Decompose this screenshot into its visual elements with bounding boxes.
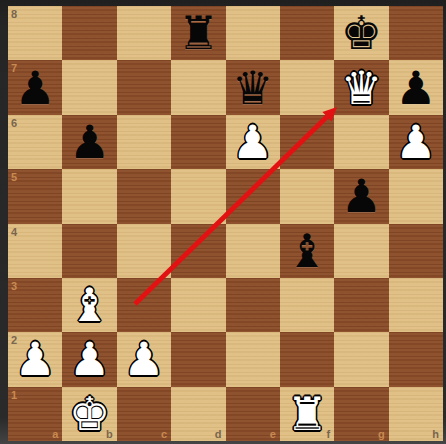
square-h3[interactable]: [389, 278, 443, 332]
square-g3[interactable]: [334, 278, 388, 332]
rank-label-5: 5: [11, 171, 17, 183]
file-label-a: a: [52, 428, 58, 440]
white-bishop-piece[interactable]: ♝: [62, 278, 116, 332]
square-c4[interactable]: [117, 224, 171, 278]
square-e3[interactable]: [226, 278, 280, 332]
square-h6[interactable]: ♟: [389, 115, 443, 169]
white-queen-piece[interactable]: ♛: [334, 60, 388, 114]
square-d7[interactable]: [171, 60, 225, 114]
square-c6[interactable]: [117, 115, 171, 169]
square-c5[interactable]: [117, 169, 171, 223]
square-a1[interactable]: 1a: [8, 387, 62, 441]
square-f4[interactable]: ♝: [280, 224, 334, 278]
square-e1[interactable]: e: [226, 387, 280, 441]
square-e5[interactable]: [226, 169, 280, 223]
black-pawn-piece[interactable]: ♟: [334, 169, 388, 223]
square-d6[interactable]: [171, 115, 225, 169]
square-a2[interactable]: 2♟: [8, 332, 62, 386]
square-a6[interactable]: 6: [8, 115, 62, 169]
black-rook-piece[interactable]: ♜: [171, 6, 225, 60]
black-pawn-piece[interactable]: ♟: [389, 60, 443, 114]
white-rook-piece[interactable]: ♜: [280, 387, 334, 441]
square-d3[interactable]: [171, 278, 225, 332]
black-bishop-piece[interactable]: ♝: [280, 224, 334, 278]
square-d1[interactable]: d: [171, 387, 225, 441]
square-d8[interactable]: ♜: [171, 6, 225, 60]
black-king-piece[interactable]: ♚: [334, 6, 388, 60]
square-g7[interactable]: ♛: [334, 60, 388, 114]
square-g8[interactable]: ♚: [334, 6, 388, 60]
black-pawn-piece[interactable]: ♟: [8, 60, 62, 114]
square-e4[interactable]: [226, 224, 280, 278]
square-a3[interactable]: 3: [8, 278, 62, 332]
white-pawn-piece[interactable]: ♟: [389, 115, 443, 169]
square-a5[interactable]: 5: [8, 169, 62, 223]
square-d5[interactable]: [171, 169, 225, 223]
white-pawn-piece[interactable]: ♟: [62, 332, 116, 386]
chessboard-frame: 8♜♚7♟♛♛♟6♟♟♟5♟4♝3♝2♟♟♟1ab♚cdef♜gh: [0, 0, 446, 444]
square-b3[interactable]: ♝: [62, 278, 116, 332]
square-h1[interactable]: h: [389, 387, 443, 441]
square-f3[interactable]: [280, 278, 334, 332]
square-h7[interactable]: ♟: [389, 60, 443, 114]
square-b7[interactable]: [62, 60, 116, 114]
square-h5[interactable]: [389, 169, 443, 223]
file-label-e: e: [270, 428, 276, 440]
square-h4[interactable]: [389, 224, 443, 278]
square-c7[interactable]: [117, 60, 171, 114]
file-label-g: g: [378, 428, 385, 440]
square-a8[interactable]: 8: [8, 6, 62, 60]
square-d4[interactable]: [171, 224, 225, 278]
rank-label-8: 8: [11, 8, 17, 20]
file-label-h: h: [432, 428, 439, 440]
file-label-c: c: [161, 428, 167, 440]
square-f1[interactable]: f♜: [280, 387, 334, 441]
square-h8[interactable]: [389, 6, 443, 60]
square-g4[interactable]: [334, 224, 388, 278]
square-g2[interactable]: [334, 332, 388, 386]
square-c3[interactable]: [117, 278, 171, 332]
square-c1[interactable]: c: [117, 387, 171, 441]
black-pawn-piece[interactable]: ♟: [62, 115, 116, 169]
white-pawn-piece[interactable]: ♟: [117, 332, 171, 386]
file-label-d: d: [215, 428, 222, 440]
square-b6[interactable]: ♟: [62, 115, 116, 169]
rank-label-6: 6: [11, 117, 17, 129]
square-b8[interactable]: [62, 6, 116, 60]
square-h2[interactable]: [389, 332, 443, 386]
black-queen-piece[interactable]: ♛: [226, 60, 280, 114]
square-b2[interactable]: ♟: [62, 332, 116, 386]
square-g1[interactable]: g: [334, 387, 388, 441]
square-c2[interactable]: ♟: [117, 332, 171, 386]
square-b4[interactable]: [62, 224, 116, 278]
rank-label-3: 3: [11, 280, 17, 292]
square-f5[interactable]: [280, 169, 334, 223]
square-e6[interactable]: ♟: [226, 115, 280, 169]
chess-board[interactable]: 8♜♚7♟♛♛♟6♟♟♟5♟4♝3♝2♟♟♟1ab♚cdef♜gh: [8, 6, 443, 441]
square-g6[interactable]: [334, 115, 388, 169]
square-e2[interactable]: [226, 332, 280, 386]
square-a7[interactable]: 7♟: [8, 60, 62, 114]
square-b1[interactable]: b♚: [62, 387, 116, 441]
square-b5[interactable]: [62, 169, 116, 223]
square-f7[interactable]: [280, 60, 334, 114]
white-pawn-piece[interactable]: ♟: [226, 115, 280, 169]
square-f8[interactable]: [280, 6, 334, 60]
square-f6[interactable]: [280, 115, 334, 169]
square-a4[interactable]: 4: [8, 224, 62, 278]
square-e7[interactable]: ♛: [226, 60, 280, 114]
rank-label-1: 1: [11, 389, 17, 401]
square-e8[interactable]: [226, 6, 280, 60]
square-f2[interactable]: [280, 332, 334, 386]
square-d2[interactable]: [171, 332, 225, 386]
square-g5[interactable]: ♟: [334, 169, 388, 223]
white-pawn-piece[interactable]: ♟: [8, 332, 62, 386]
rank-label-4: 4: [11, 226, 17, 238]
square-c8[interactable]: [117, 6, 171, 60]
white-king-piece[interactable]: ♚: [62, 387, 116, 441]
